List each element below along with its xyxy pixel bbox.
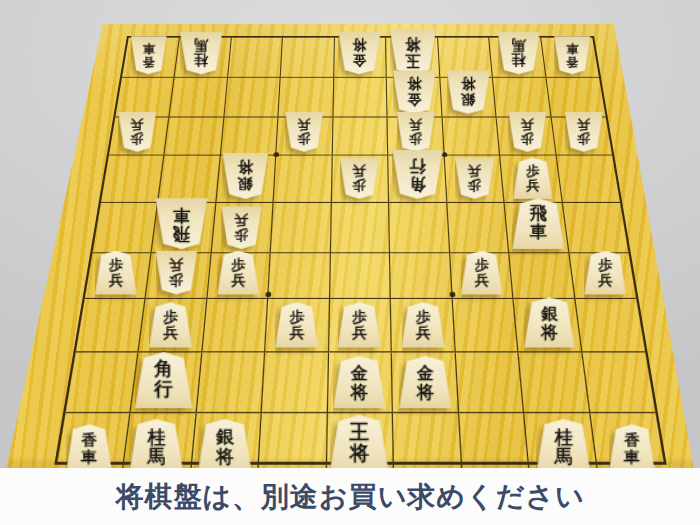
square-6a[interactable] bbox=[281, 38, 335, 78]
square-1d[interactable] bbox=[556, 156, 620, 203]
square-5a[interactable]: 金将 bbox=[334, 38, 387, 78]
piece-gote-歩兵[interactable]: 歩兵 bbox=[285, 112, 323, 152]
square-1a[interactable]: 香車 bbox=[541, 38, 599, 78]
piece-kanji: 飛車 bbox=[156, 198, 208, 249]
caption-strip: 将棋盤は、別途お買い求めください bbox=[0, 468, 700, 525]
piece-kanji: 香車 bbox=[609, 424, 655, 473]
square-7c[interactable] bbox=[221, 117, 279, 155]
piece-kanji: 桂馬 bbox=[498, 32, 540, 74]
piece-gote-桂馬[interactable]: 桂馬 bbox=[180, 32, 222, 74]
piece-kanji: 歩兵 bbox=[402, 302, 445, 347]
square-6g[interactable]: 歩兵 bbox=[266, 299, 330, 352]
square-6d[interactable] bbox=[274, 156, 333, 203]
square-5e[interactable] bbox=[331, 203, 391, 253]
piece-gote-歩兵[interactable]: 歩兵 bbox=[118, 112, 156, 152]
piece-kanji: 歩兵 bbox=[461, 251, 503, 295]
piece-gote-銀将[interactable]: 銀将 bbox=[222, 153, 268, 199]
piece-kanji: 歩兵 bbox=[118, 112, 156, 152]
square-4g[interactable]: 歩兵 bbox=[391, 299, 455, 352]
square-1g[interactable] bbox=[575, 299, 645, 352]
square-9g[interactable] bbox=[76, 299, 146, 352]
square-8f[interactable]: 歩兵 bbox=[146, 253, 212, 299]
piece-sente-香車[interactable]: 香車 bbox=[66, 424, 112, 473]
square-7d[interactable]: 銀将 bbox=[216, 156, 276, 203]
square-1c[interactable]: 歩兵 bbox=[551, 117, 612, 155]
square-8g[interactable]: 歩兵 bbox=[139, 299, 207, 352]
square-4d[interactable]: 角行 bbox=[388, 156, 447, 203]
piece-sente-香車[interactable]: 香車 bbox=[609, 424, 655, 473]
square-8d[interactable] bbox=[159, 156, 221, 203]
square-3e[interactable] bbox=[447, 203, 509, 253]
square-4f[interactable] bbox=[390, 253, 452, 299]
square-5c[interactable] bbox=[333, 117, 389, 155]
piece-gote-香車[interactable]: 香車 bbox=[130, 36, 166, 74]
piece-sente-桂馬[interactable]: 桂馬 bbox=[536, 419, 590, 473]
square-9d[interactable] bbox=[101, 156, 165, 203]
square-8a[interactable]: 桂馬 bbox=[175, 38, 232, 78]
square-2e[interactable]: 飛車 bbox=[505, 203, 569, 253]
board-grid: 香車桂馬金将玉将桂馬香車金将銀将歩兵歩兵歩兵歩兵歩兵銀将歩兵角行歩兵歩兵飛車歩兵… bbox=[54, 36, 666, 465]
square-6h[interactable] bbox=[262, 352, 329, 413]
square-3f[interactable]: 歩兵 bbox=[450, 253, 514, 299]
square-2c[interactable]: 歩兵 bbox=[497, 117, 556, 155]
piece-kanji: 香車 bbox=[554, 36, 590, 74]
piece-sente-金将[interactable]: 金将 bbox=[399, 356, 451, 408]
square-5b[interactable] bbox=[333, 78, 387, 118]
piece-kanji: 玉将 bbox=[390, 29, 436, 74]
piece-kanji: 歩兵 bbox=[584, 251, 626, 295]
piece-kanji: 歩兵 bbox=[455, 157, 494, 198]
piece-kanji: 金将 bbox=[399, 356, 451, 408]
piece-kanji: 歩兵 bbox=[508, 112, 546, 152]
piece-kanji: 飛車 bbox=[512, 198, 564, 249]
square-7h[interactable] bbox=[197, 352, 266, 413]
piece-sente-金将[interactable]: 金将 bbox=[334, 356, 386, 408]
piece-kanji: 角行 bbox=[135, 352, 192, 408]
piece-sente-歩兵[interactable]: 歩兵 bbox=[149, 302, 192, 347]
square-6c[interactable]: 歩兵 bbox=[277, 117, 334, 155]
piece-sente-歩兵[interactable]: 歩兵 bbox=[513, 157, 552, 198]
square-7e[interactable]: 歩兵 bbox=[212, 203, 274, 253]
square-4h[interactable]: 金将 bbox=[392, 352, 459, 413]
piece-gote-歩兵[interactable]: 歩兵 bbox=[508, 112, 546, 152]
piece-sente-歩兵[interactable]: 歩兵 bbox=[584, 251, 626, 295]
square-3h[interactable] bbox=[455, 352, 524, 413]
piece-kanji: 香車 bbox=[66, 424, 112, 473]
piece-kanji: 歩兵 bbox=[565, 112, 603, 152]
square-9e[interactable] bbox=[92, 203, 158, 253]
piece-gote-飛車[interactable]: 飛車 bbox=[156, 198, 208, 249]
piece-sente-歩兵[interactable]: 歩兵 bbox=[217, 251, 259, 295]
square-4e[interactable] bbox=[389, 203, 450, 253]
square-9a[interactable]: 香車 bbox=[122, 38, 180, 78]
piece-kanji: 歩兵 bbox=[275, 302, 318, 347]
square-1e[interactable] bbox=[562, 203, 628, 253]
square-2h[interactable] bbox=[519, 352, 590, 413]
piece-sente-角行[interactable]: 角行 bbox=[135, 352, 192, 408]
piece-kanji: 歩兵 bbox=[217, 251, 259, 295]
piece-kanji: 桂馬 bbox=[536, 419, 590, 473]
square-2g[interactable]: 銀将 bbox=[514, 299, 582, 352]
square-8b[interactable] bbox=[170, 78, 228, 118]
square-7f[interactable]: 歩兵 bbox=[207, 253, 271, 299]
piece-sente-歩兵[interactable]: 歩兵 bbox=[95, 251, 137, 295]
square-9f[interactable]: 歩兵 bbox=[85, 253, 152, 299]
square-8h[interactable]: 角行 bbox=[131, 352, 202, 413]
piece-gote-歩兵[interactable]: 歩兵 bbox=[156, 251, 198, 295]
square-8c[interactable] bbox=[165, 117, 224, 155]
piece-gote-角行[interactable]: 角行 bbox=[392, 150, 442, 199]
piece-sente-歩兵[interactable]: 歩兵 bbox=[402, 302, 445, 347]
piece-gote-金将[interactable]: 金将 bbox=[339, 32, 381, 74]
piece-gote-金将[interactable]: 金将 bbox=[393, 70, 436, 113]
square-1f[interactable]: 歩兵 bbox=[569, 253, 636, 299]
square-7a[interactable] bbox=[228, 38, 283, 78]
piece-kanji: 銀将 bbox=[447, 70, 490, 113]
square-9h[interactable] bbox=[66, 352, 139, 413]
piece-sente-歩兵[interactable]: 歩兵 bbox=[338, 302, 381, 347]
piece-kanji: 桂馬 bbox=[129, 419, 183, 473]
piece-gote-銀将[interactable]: 銀将 bbox=[447, 70, 490, 113]
piece-kanji: 角行 bbox=[392, 150, 442, 199]
piece-gote-歩兵[interactable]: 歩兵 bbox=[565, 112, 603, 152]
caption-text: 将棋盤は、別途お買い求めください bbox=[115, 478, 584, 516]
piece-sente-王将[interactable]: 王将 bbox=[330, 415, 389, 473]
piece-gote-歩兵[interactable]: 歩兵 bbox=[221, 206, 261, 249]
piece-kanji: 歩兵 bbox=[340, 157, 379, 198]
square-1h[interactable] bbox=[582, 352, 655, 413]
piece-kanji: 歩兵 bbox=[95, 251, 137, 295]
square-2f[interactable] bbox=[509, 253, 575, 299]
piece-sente-銀将[interactable]: 銀将 bbox=[197, 419, 251, 473]
piece-kanji: 歩兵 bbox=[221, 206, 261, 249]
square-7b[interactable] bbox=[224, 78, 281, 118]
piece-kanji: 金将 bbox=[334, 356, 386, 408]
photo-scene: 香車桂馬金将玉将桂馬香車金将銀将歩兵歩兵歩兵歩兵歩兵銀将歩兵角行歩兵歩兵飛車歩兵… bbox=[0, 0, 700, 525]
square-2a[interactable]: 桂馬 bbox=[489, 38, 546, 78]
piece-kanji: 金将 bbox=[339, 32, 381, 74]
square-8e[interactable]: 飛車 bbox=[152, 203, 216, 253]
square-5d[interactable]: 歩兵 bbox=[332, 156, 390, 203]
piece-kanji: 歩兵 bbox=[513, 157, 552, 198]
piece-kanji: 金将 bbox=[393, 70, 436, 113]
piece-kanji: 銀将 bbox=[197, 419, 251, 473]
piece-sente-銀将[interactable]: 銀将 bbox=[524, 297, 574, 347]
piece-kanji: 歩兵 bbox=[285, 112, 323, 152]
square-5f[interactable] bbox=[330, 253, 391, 299]
piece-kanji: 王将 bbox=[330, 415, 389, 473]
square-6e[interactable] bbox=[271, 203, 332, 253]
square-3g[interactable] bbox=[452, 299, 518, 352]
piece-sente-桂馬[interactable]: 桂馬 bbox=[129, 419, 183, 473]
square-6f[interactable] bbox=[269, 253, 331, 299]
piece-kanji: 香車 bbox=[130, 36, 166, 74]
square-3b[interactable]: 銀将 bbox=[440, 78, 497, 118]
piece-kanji: 歩兵 bbox=[149, 302, 192, 347]
square-2d[interactable]: 歩兵 bbox=[500, 156, 562, 203]
piece-kanji: 歩兵 bbox=[156, 251, 198, 295]
piece-kanji: 銀将 bbox=[222, 153, 268, 199]
piece-sente-飛車[interactable]: 飛車 bbox=[512, 198, 564, 249]
square-5h[interactable]: 金将 bbox=[328, 352, 394, 413]
piece-gote-歩兵[interactable]: 歩兵 bbox=[397, 112, 435, 152]
piece-sente-歩兵[interactable]: 歩兵 bbox=[461, 251, 503, 295]
piece-gote-桂馬[interactable]: 桂馬 bbox=[498, 32, 540, 74]
piece-kanji: 桂馬 bbox=[180, 32, 222, 74]
piece-gote-歩兵[interactable]: 歩兵 bbox=[455, 157, 494, 198]
piece-sente-歩兵[interactable]: 歩兵 bbox=[275, 302, 318, 347]
piece-gote-玉将[interactable]: 玉将 bbox=[390, 29, 436, 74]
square-3c[interactable] bbox=[442, 117, 500, 155]
square-3d[interactable]: 歩兵 bbox=[444, 156, 504, 203]
piece-kanji: 銀将 bbox=[524, 297, 574, 347]
piece-gote-香車[interactable]: 香車 bbox=[554, 36, 590, 74]
piece-kanji: 歩兵 bbox=[397, 112, 435, 152]
star-point bbox=[449, 291, 455, 297]
square-5g[interactable]: 歩兵 bbox=[329, 299, 392, 352]
piece-kanji: 歩兵 bbox=[338, 302, 381, 347]
square-7g[interactable] bbox=[202, 299, 268, 352]
piece-gote-歩兵[interactable]: 歩兵 bbox=[340, 157, 379, 198]
square-9c[interactable]: 歩兵 bbox=[109, 117, 170, 155]
